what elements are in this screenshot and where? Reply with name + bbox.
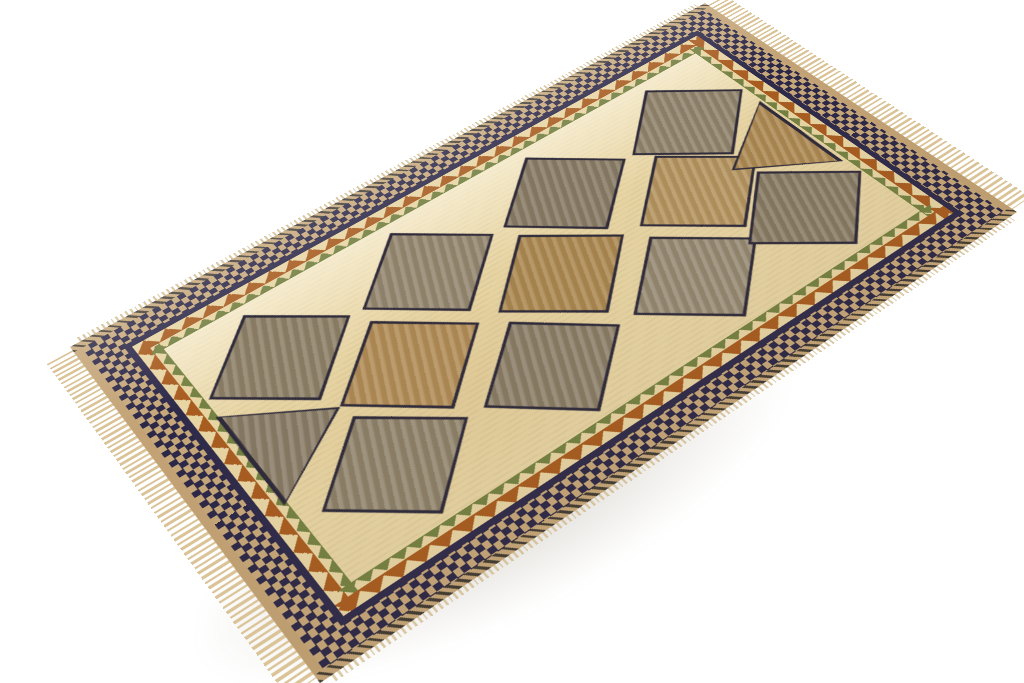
photo-backdrop [0,0,1024,683]
